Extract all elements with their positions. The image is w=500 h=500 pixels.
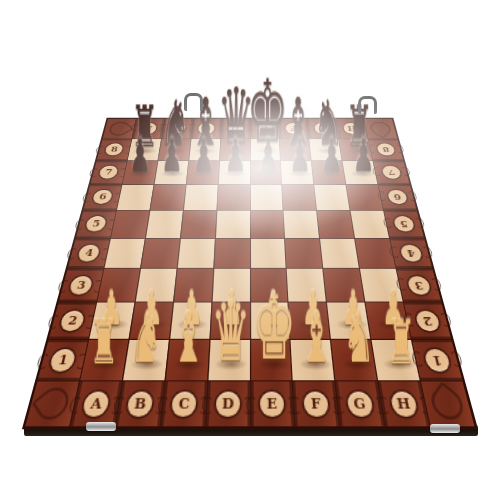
- rank-label-left-1: 1: [38, 340, 88, 380]
- square-a5: [111, 210, 149, 237]
- square-g5: [317, 210, 354, 237]
- file-label-top-d-medallion: D: [227, 123, 243, 134]
- square-c8: [189, 139, 220, 160]
- file-label-top-b-medallion: B: [169, 123, 186, 134]
- square-f8: [280, 139, 311, 160]
- rank-label-left-2-medallion: 2: [60, 311, 86, 331]
- rank-label-right-5: 5: [384, 210, 424, 237]
- rank-label-right-3: 3: [397, 269, 441, 302]
- square-g1: [331, 340, 377, 380]
- rank-label-right-8: 8: [369, 139, 403, 160]
- square-f5: [284, 210, 319, 237]
- clasp-right-icon: [358, 96, 377, 114]
- square-c5: [181, 210, 216, 237]
- square-d1: [208, 340, 249, 380]
- file-label-top-h: H: [336, 119, 368, 139]
- file-label-bottom-b-medallion: B: [127, 391, 154, 416]
- file-label-bottom-d: D: [206, 382, 250, 427]
- rank-label-left-2: 2: [49, 303, 96, 339]
- rank-label-left-4-medallion: 4: [77, 245, 100, 262]
- file-label-top-e: E: [250, 119, 279, 139]
- file-label-top-b: B: [162, 119, 193, 139]
- square-b8: [158, 139, 190, 160]
- rank-label-right-6: 6: [379, 185, 417, 210]
- square-g4: [320, 238, 359, 268]
- square-d3: [212, 269, 249, 302]
- rank-label-left-6: 6: [84, 185, 122, 210]
- square-e8: [250, 139, 280, 160]
- file-label-top-g-medallion: G: [314, 123, 331, 134]
- rank-label-left-7: 7: [91, 161, 127, 184]
- file-label-top-f-medallion: F: [285, 123, 302, 134]
- square-h3: [360, 269, 403, 302]
- square-e1: [251, 340, 292, 380]
- square-g7: [312, 161, 346, 184]
- rank-label-left-8-medallion: 8: [105, 144, 124, 156]
- file-label-bottom-e-medallion: E: [260, 391, 285, 416]
- square-a1: [80, 340, 128, 380]
- square-c4: [177, 238, 214, 268]
- square-a8: [128, 139, 161, 160]
- rank-label-left-7-medallion: 7: [99, 166, 119, 179]
- file-label-bottom-d-medallion: D: [216, 391, 241, 416]
- square-d8: [220, 139, 250, 160]
- file-label-bottom-h-medallion: H: [389, 391, 418, 416]
- file-label-top-a-medallion: A: [139, 123, 157, 134]
- rank-label-left-5: 5: [76, 210, 116, 237]
- chess-set-photo: ABCDEFGH8877665544332211ABCDEFGH♜♞♝♛♚♝♞♜…: [0, 0, 500, 500]
- square-e3: [251, 269, 288, 302]
- square-e5: [250, 210, 284, 237]
- file-label-top-c-medallion: C: [198, 123, 215, 134]
- rank-label-left-3-medallion: 3: [69, 276, 94, 294]
- square-d7: [218, 161, 249, 184]
- square-b7: [155, 161, 189, 184]
- square-h4: [355, 238, 395, 268]
- file-label-bottom-g: G: [336, 382, 385, 427]
- hinge-left: [86, 422, 116, 431]
- rank-label-right-4-medallion: 4: [399, 245, 422, 262]
- file-label-bottom-a: A: [70, 382, 121, 427]
- chess-board: ABCDEFGH8877665544332211ABCDEFGH♜♞♝♛♚♝♞♜…: [22, 118, 478, 429]
- square-b3: [136, 269, 177, 302]
- square-b2: [130, 303, 173, 339]
- square-b4: [141, 238, 180, 268]
- square-f2: [289, 303, 330, 339]
- square-b1: [123, 340, 169, 380]
- rank-label-left-1-medallion: 1: [49, 349, 77, 372]
- file-label-top-h-medallion: H: [343, 123, 361, 134]
- square-f4: [285, 238, 322, 268]
- square-b6: [150, 185, 185, 210]
- square-a2: [89, 303, 134, 339]
- square-c2: [170, 303, 211, 339]
- square-d2: [210, 303, 249, 339]
- square-f1: [291, 340, 335, 380]
- rank-label-right-1: 1: [412, 340, 462, 380]
- file-label-top-c: C: [191, 119, 221, 139]
- square-f7: [281, 161, 313, 184]
- file-label-bottom-f: F: [293, 382, 339, 427]
- file-label-bottom-a-medallion: A: [82, 391, 111, 416]
- file-label-top-f: F: [279, 119, 309, 139]
- square-f6: [282, 185, 316, 210]
- square-h8: [339, 139, 372, 160]
- square-c1: [165, 340, 209, 380]
- square-d6: [217, 185, 249, 210]
- square-d4: [214, 238, 250, 268]
- file-label-bottom-f-medallion: F: [303, 391, 329, 416]
- square-g6: [314, 185, 349, 210]
- square-e6: [250, 185, 282, 210]
- square-e7: [250, 161, 281, 184]
- corner-ornament: [364, 119, 397, 139]
- rank-label-right-6-medallion: 6: [387, 190, 408, 204]
- rank-label-left-8: 8: [97, 139, 131, 160]
- rank-label-right-5-medallion: 5: [393, 216, 415, 231]
- rank-label-right-1-medallion: 1: [423, 349, 451, 372]
- rank-label-left-5-medallion: 5: [85, 216, 107, 231]
- scroll-ornament-icon: [105, 119, 133, 139]
- rank-label-left-4: 4: [68, 238, 110, 268]
- square-g3: [324, 269, 365, 302]
- square-e2: [251, 303, 290, 339]
- rank-label-right-7-medallion: 7: [381, 166, 401, 179]
- file-label-bottom-g-medallion: G: [346, 391, 373, 416]
- rank-label-right-2-medallion: 2: [414, 311, 440, 331]
- king-glyph: ♚: [243, 68, 291, 155]
- square-a7: [123, 161, 158, 184]
- square-d5: [216, 210, 250, 237]
- square-a6: [117, 185, 153, 210]
- square-b5: [146, 210, 183, 237]
- clasp-left-icon: [184, 93, 203, 111]
- scroll-ornament-icon: [426, 382, 469, 427]
- square-f3: [287, 269, 326, 302]
- rank-label-right-8-medallion: 8: [376, 144, 395, 156]
- file-label-bottom-e: E: [251, 382, 295, 427]
- square-a3: [97, 269, 140, 302]
- rank-label-right-2: 2: [404, 303, 451, 339]
- rank-label-left-3: 3: [59, 269, 103, 302]
- file-label-top-g: G: [307, 119, 338, 139]
- square-g2: [327, 303, 370, 339]
- rank-label-right-3-medallion: 3: [406, 276, 431, 294]
- file-label-bottom-b: B: [115, 382, 164, 427]
- rank-label-left-6-medallion: 6: [92, 190, 113, 204]
- file-label-bottom-c-medallion: C: [171, 391, 197, 416]
- file-label-top-d: D: [221, 119, 250, 139]
- rank-label-right-4: 4: [390, 238, 432, 268]
- file-label-top-e-medallion: E: [257, 123, 273, 134]
- square-c3: [174, 269, 213, 302]
- square-a4: [104, 238, 144, 268]
- square-c6: [184, 185, 218, 210]
- square-c7: [186, 161, 218, 184]
- square-h2: [366, 303, 411, 339]
- scroll-ornament-icon: [31, 382, 74, 427]
- hinge-right: [430, 424, 460, 433]
- rank-label-right-7: 7: [373, 161, 409, 184]
- corner-ornament: [421, 382, 475, 427]
- square-h1: [372, 340, 420, 380]
- square-g8: [310, 139, 342, 160]
- file-label-bottom-c: C: [160, 382, 206, 427]
- scroll-ornament-icon: [366, 119, 394, 139]
- square-e4: [251, 238, 286, 268]
